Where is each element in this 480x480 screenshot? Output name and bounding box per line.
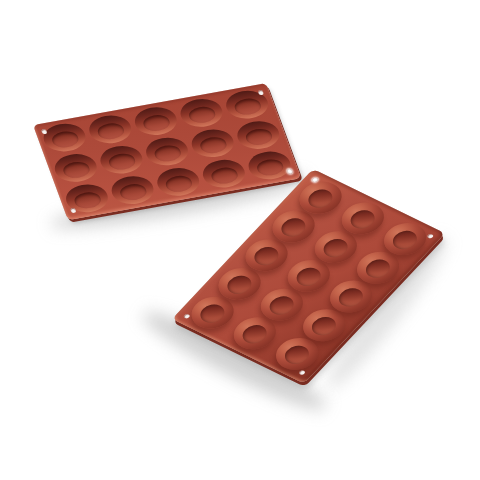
product-photo [0, 0, 480, 480]
front-mold-corner-hole [298, 370, 306, 376]
back-mold-corner-hole [287, 169, 294, 175]
back-mold-cavity [222, 88, 273, 122]
back-mold-cavity [233, 118, 284, 152]
back-mold-cavity [39, 121, 90, 155]
back-mold-cavity [96, 143, 147, 177]
back-mold-cavity [244, 148, 295, 182]
back-mold-cavity [62, 181, 113, 215]
back-mold-cavity [187, 126, 238, 160]
back-mold [33, 83, 301, 220]
back-mold-cavity [85, 112, 136, 146]
back-mold-cavity [199, 157, 250, 191]
back-mold-cavity [131, 104, 182, 138]
back-mold-cavity [50, 151, 101, 185]
back-mold-cavity [153, 165, 204, 199]
front-mold-corner-hole [183, 313, 191, 319]
back-mold-cavity [176, 96, 227, 130]
back-mold-cavity [107, 173, 158, 207]
back-mold-cavity [142, 135, 193, 169]
front-mold-corner-hole [426, 233, 434, 239]
